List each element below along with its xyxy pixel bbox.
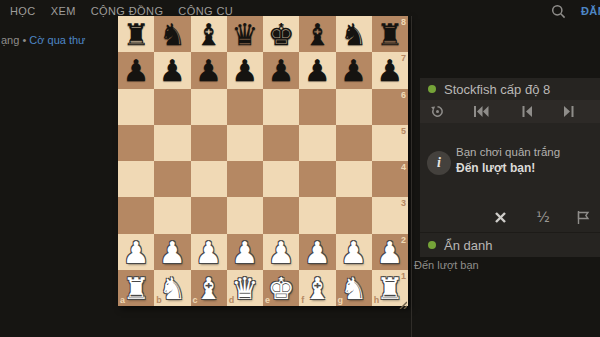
square-f7[interactable]: ♟ [299,52,335,88]
piece-white-king[interactable]: ♚ [263,270,299,306]
square-g3[interactable] [336,197,372,233]
square-b1[interactable]: ♞b [154,270,190,306]
piece-white-rook[interactable]: ♜ [118,270,154,306]
nav-item-learn[interactable]: HỌC [10,5,36,17]
square-a3[interactable] [118,197,154,233]
square-h8[interactable]: ♜8 [372,16,408,52]
square-h3[interactable]: 3 [372,197,408,233]
square-a1[interactable]: ♜a [118,270,154,306]
opponent-online-dot [428,85,436,93]
square-c2[interactable]: ♟ [191,234,227,270]
square-h5[interactable]: 5 [372,125,408,161]
piece-black-pawn[interactable]: ♟ [263,52,299,88]
square-c8[interactable]: ♝ [191,16,227,52]
piece-black-pawn[interactable]: ♟ [372,52,408,88]
square-g2[interactable]: ♟ [336,234,372,270]
info-icon: i [427,151,451,175]
correspondence-link[interactable]: Cờ qua thư [29,34,85,46]
piece-black-knight[interactable]: ♞ [154,16,190,52]
opponent-name: Stockfish cấp độ 8 [444,82,550,97]
piece-black-rook[interactable]: ♜ [372,16,408,52]
previous-move-icon[interactable] [518,103,536,120]
square-d3[interactable] [227,197,263,233]
square-b4[interactable] [154,161,190,197]
square-a4[interactable] [118,161,154,197]
square-f8[interactable]: ♝ [299,16,335,52]
square-e2[interactable]: ♟ [263,234,299,270]
square-h7[interactable]: ♟7 [372,52,408,88]
square-h2[interactable]: ♟2 [372,234,408,270]
go-to-start-icon[interactable] [472,103,490,120]
piece-black-pawn[interactable]: ♟ [154,52,190,88]
abort-game-icon[interactable] [489,207,511,227]
square-c6[interactable] [191,89,227,125]
piece-white-bishop[interactable]: ♝ [299,270,335,306]
square-f6[interactable] [299,89,335,125]
piece-black-bishop[interactable]: ♝ [299,16,335,52]
square-e8[interactable]: ♚ [263,16,299,52]
piece-black-pawn[interactable]: ♟ [336,52,372,88]
piece-white-pawn[interactable]: ♟ [372,234,408,270]
square-c4[interactable] [191,161,227,197]
square-e1[interactable]: ♚e [263,270,299,306]
square-d7[interactable]: ♟ [227,52,263,88]
square-e7[interactable]: ♟ [263,52,299,88]
square-e5[interactable] [263,125,299,161]
square-c7[interactable]: ♟ [191,52,227,88]
square-g5[interactable] [336,125,372,161]
square-e6[interactable] [263,89,299,125]
square-g7[interactable]: ♟ [336,52,372,88]
turn-indicator-text: Đến lượt bạn [414,259,479,271]
square-f4[interactable] [299,161,335,197]
piece-black-pawn[interactable]: ♟ [191,52,227,88]
player-row: Ẩn danh [420,232,600,257]
piece-white-queen[interactable]: ♛ [227,270,263,306]
square-c3[interactable] [191,197,227,233]
piece-black-pawn[interactable]: ♟ [299,52,335,88]
square-b2[interactable]: ♟ [154,234,190,270]
square-b3[interactable] [154,197,190,233]
square-b7[interactable]: ♟ [154,52,190,88]
piece-white-pawn[interactable]: ♟ [336,234,372,270]
square-g6[interactable] [336,89,372,125]
your-turn-text: Đến lượt bạn! [456,161,560,175]
piece-white-knight[interactable]: ♞ [336,270,372,306]
square-h4[interactable]: 4 [372,161,408,197]
piece-black-king[interactable]: ♚ [263,16,299,52]
piece-black-pawn[interactable]: ♟ [227,52,263,88]
resign-flag-icon[interactable] [572,207,594,227]
square-d6[interactable] [227,89,263,125]
square-a8[interactable]: ♜ [118,16,154,52]
board-grid: ♜♞♝♛♚♝♞♜8♟♟♟♟♟♟♟♟76543♟♟♟♟♟♟♟♟2♜a♞b♝c♛d♚… [118,16,408,306]
coord-rank-6: 6 [401,91,406,100]
replay-controls [420,100,600,123]
square-h6[interactable]: 6 [372,89,408,125]
opponent-row: Stockfish cấp độ 8 [420,78,600,100]
breadcrumb: ạng • Cờ qua thư [1,34,86,46]
color-info-text: Bạn chơi quân trắng [456,146,560,158]
sign-in-link[interactable]: ĐĂN [581,5,600,17]
piece-white-pawn[interactable]: ♟ [154,234,190,270]
piece-white-bishop[interactable]: ♝ [191,270,227,306]
board-resize-handle[interactable] [397,295,407,305]
coord-rank-3: 3 [401,199,406,208]
piece-white-pawn[interactable]: ♟ [118,234,154,270]
board-panel-divider [411,16,412,337]
square-a5[interactable] [118,125,154,161]
square-g4[interactable] [336,161,372,197]
square-e4[interactable] [263,161,299,197]
piece-white-pawn[interactable]: ♟ [227,234,263,270]
piece-black-rook[interactable]: ♜ [118,16,154,52]
square-f1[interactable]: ♝f [299,270,335,306]
turn-info: Bạn chơi quân trắng Đến lượt bạn! [456,146,560,175]
chess-board: ♜♞♝♛♚♝♞♜8♟♟♟♟♟♟♟♟76543♟♟♟♟♟♟♟♟2♜a♞b♝c♛d♚… [118,16,408,306]
search-icon[interactable] [551,4,566,19]
square-b6[interactable] [154,89,190,125]
piece-white-pawn[interactable]: ♟ [299,234,335,270]
square-f2[interactable]: ♟ [299,234,335,270]
coord-rank-5: 5 [401,127,406,136]
square-c1[interactable]: ♝c [191,270,227,306]
square-a2[interactable]: ♟ [118,234,154,270]
piece-white-pawn[interactable]: ♟ [191,234,227,270]
square-a6[interactable] [118,89,154,125]
piece-white-pawn[interactable]: ♟ [263,234,299,270]
square-b5[interactable] [154,125,190,161]
square-d1[interactable]: ♛d [227,270,263,306]
square-d2[interactable]: ♟ [227,234,263,270]
offer-draw-button[interactable]: ½ [532,207,554,227]
coord-rank-4: 4 [401,163,406,172]
game-status-area: i Bạn chơi quân trắng Đến lượt bạn! ½ [420,123,600,232]
flip-board-icon[interactable] [428,103,446,120]
square-g8[interactable]: ♞ [336,16,372,52]
square-f5[interactable] [299,125,335,161]
nav-item-watch[interactable]: XEM [51,5,76,17]
square-d8[interactable]: ♛ [227,16,263,52]
piece-black-bishop[interactable]: ♝ [191,16,227,52]
square-d4[interactable] [227,161,263,197]
breadcrumb-prefix: ạng • [1,34,26,46]
square-d5[interactable] [227,125,263,161]
next-move-icon[interactable] [560,103,578,120]
square-c5[interactable] [191,125,227,161]
square-f3[interactable] [299,197,335,233]
square-e3[interactable] [263,197,299,233]
game-side-panel: Stockfish cấp độ 8 [420,78,600,257]
piece-black-knight[interactable]: ♞ [336,16,372,52]
piece-black-pawn[interactable]: ♟ [118,52,154,88]
player-name: Ẩn danh [444,238,492,253]
player-online-dot [428,241,436,249]
piece-black-queen[interactable]: ♛ [227,16,263,52]
square-b8[interactable]: ♞ [154,16,190,52]
piece-white-knight[interactable]: ♞ [154,270,190,306]
square-g1[interactable]: ♞g [336,270,372,306]
square-a7[interactable]: ♟ [118,52,154,88]
